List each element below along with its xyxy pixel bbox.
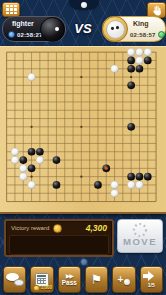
- stone-black: [28, 165, 36, 173]
- stone-white: [136, 57, 144, 65]
- estimate-cost-badge: 1,000: [33, 285, 52, 292]
- stone-white: [111, 181, 119, 189]
- grid-menu-icon: [6, 5, 17, 15]
- move-button-label: MOVE: [118, 236, 162, 247]
- stone-white: [111, 65, 119, 73]
- right-arrow-icon: [143, 271, 159, 281]
- stone-white: [144, 48, 152, 56]
- flag-icon: ⚑: [91, 273, 103, 287]
- white-player-clock: 02:58:57: [130, 32, 156, 38]
- white-player-name: King: [133, 20, 149, 27]
- coin-icon: [53, 224, 62, 233]
- spinner-icon: [131, 222, 149, 237]
- chat-log-area: [9, 235, 109, 255]
- stone-white: [28, 73, 36, 81]
- add-stone-button[interactable]: +: [112, 266, 135, 293]
- victory-reward-value: 4,300: [86, 223, 107, 233]
- stone-white: [136, 181, 144, 189]
- go-app-screen: fighter 02:58:27 VS King 02:58:57 Victor…: [0, 0, 166, 295]
- stone-black: [144, 57, 152, 65]
- stone-white: [127, 48, 135, 56]
- resign-button[interactable]: ⚑: [85, 266, 108, 293]
- stone-black: [136, 173, 144, 181]
- stone-white: [19, 173, 27, 181]
- last-move-marker: [105, 167, 108, 170]
- menu-button[interactable]: [2, 2, 20, 17]
- stone-white: [28, 181, 36, 189]
- stone-white: [19, 165, 27, 173]
- move-button[interactable]: MOVE: [117, 219, 163, 253]
- stone-black: [136, 65, 144, 73]
- page-fraction-label: 1/5: [148, 282, 155, 288]
- stone-black: [94, 181, 102, 189]
- bottom-toolbar: 1,000 ▶▶ Pass ⚑ + 1/5: [0, 266, 166, 295]
- stone-white: [11, 148, 19, 156]
- score-estimate-button[interactable]: 1,000: [30, 266, 53, 293]
- stone-black: [36, 148, 44, 156]
- stone-black: [127, 65, 135, 73]
- victory-reward-panel: Victory reward 4,300: [4, 219, 114, 257]
- raised-hand-icon: [151, 4, 163, 16]
- stone-black: [53, 181, 61, 189]
- stone-white: [127, 181, 135, 189]
- stone-white: [111, 189, 119, 197]
- stone-black: [127, 173, 135, 181]
- chat-bubbles-icon: [6, 273, 24, 286]
- pass-button[interactable]: ▶▶ Pass: [58, 266, 81, 293]
- stone-white: [136, 48, 144, 56]
- next-page-button[interactable]: 1/5: [140, 266, 163, 293]
- stone-black: [19, 156, 27, 164]
- stone-black: [127, 123, 135, 131]
- stone-white: [11, 156, 19, 164]
- stone-black: [28, 148, 36, 156]
- page-indicator-dot: [80, 258, 88, 266]
- stone-black: [127, 82, 135, 90]
- victory-reward-label: Victory reward: [11, 225, 49, 231]
- go-board[interactable]: [0, 46, 166, 214]
- top-notch-handle[interactable]: [69, 0, 99, 9]
- stone-handle-icon: [81, 2, 87, 8]
- stone-black: [127, 57, 135, 65]
- stone-white: [36, 156, 44, 164]
- stone-black: [53, 156, 61, 164]
- white-stone-avatar: [106, 20, 125, 39]
- stone-black: [144, 173, 152, 181]
- pass-button-label: Pass: [62, 279, 77, 287]
- coin-icon: [33, 285, 40, 292]
- plus-stone-icon: +: [118, 275, 131, 285]
- white-avatar-frame: [102, 16, 128, 42]
- chat-button[interactable]: [3, 266, 26, 293]
- online-status-icon: [158, 31, 165, 38]
